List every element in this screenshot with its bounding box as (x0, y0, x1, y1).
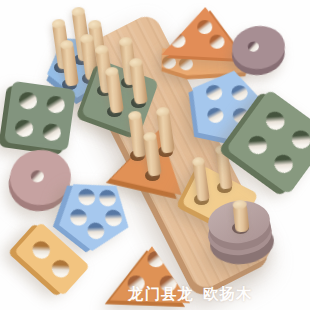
shape-hole (42, 122, 62, 141)
shape-hole (95, 186, 118, 209)
shape-hole (230, 83, 249, 101)
shape-hole (84, 219, 107, 242)
shape-hole (196, 20, 212, 35)
watermark: 龙门县龙 欧扬木 (128, 286, 253, 302)
shape-hole (30, 169, 44, 182)
shape-hole (209, 34, 225, 49)
shape-hole (14, 118, 34, 137)
wooden-peg (232, 201, 249, 232)
shape-hole (101, 206, 124, 229)
shape-hole (66, 206, 89, 229)
shape-hole (206, 106, 225, 124)
shape-hole (205, 83, 224, 101)
shape-hole (262, 108, 288, 134)
shape-hole (170, 33, 186, 48)
product-photo: 龙门县龙 欧扬木 (0, 0, 310, 310)
shape-hole (75, 185, 98, 208)
shape-hole (270, 151, 296, 177)
loose-square-green-left (4, 81, 76, 151)
watermark-text-left: 龙门县龙 (128, 286, 194, 302)
shape-hole (46, 94, 66, 113)
shape-hole (49, 256, 74, 281)
watermark-text-right: 欧扬木 (203, 286, 253, 302)
shape-hole (18, 91, 38, 110)
shape-hole (288, 126, 310, 152)
shape-hole (244, 132, 270, 158)
shape-hole (147, 251, 165, 268)
loose-circle-mauve-topright (229, 22, 287, 72)
shape-hole (29, 237, 54, 262)
shape-hole (247, 40, 259, 51)
